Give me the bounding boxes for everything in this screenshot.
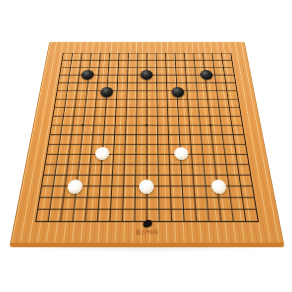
stone-black-d16[interactable] <box>81 70 94 80</box>
stone-black-k16[interactable] <box>141 70 153 80</box>
maker-logo-blob-icon <box>142 219 153 228</box>
stone-white-k4[interactable] <box>139 180 154 194</box>
go-board[interactable]: 풍산바둑 <box>9 42 284 247</box>
stone-black-f14[interactable] <box>100 87 113 97</box>
stone-white-n7[interactable] <box>174 148 189 161</box>
stones-layer <box>28 50 265 228</box>
stone-white-d4[interactable] <box>66 180 82 194</box>
maker-stamp: 풍산바둑 <box>135 220 158 235</box>
stone-black-n14[interactable] <box>171 87 184 97</box>
go-board-photo: 풍산바둑 <box>0 0 292 292</box>
stone-black-q16[interactable] <box>200 70 213 80</box>
maker-stamp-text: 풍산바둑 <box>135 228 158 234</box>
stone-white-q4[interactable] <box>211 180 227 194</box>
stone-white-f7[interactable] <box>95 148 110 161</box>
